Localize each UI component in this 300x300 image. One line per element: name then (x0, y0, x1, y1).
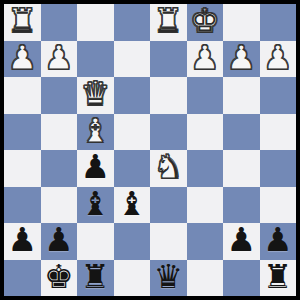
square-g5[interactable] (223, 114, 260, 151)
square-g4[interactable] (223, 150, 260, 187)
square-e5[interactable] (150, 114, 187, 151)
white-pawn[interactable]: ♟ (7, 40, 37, 76)
square-b7[interactable]: ♟ (41, 41, 78, 78)
white-rook[interactable]: ♜ (153, 3, 183, 39)
square-g3[interactable] (223, 187, 260, 224)
square-g6[interactable] (223, 77, 260, 114)
white-pawn[interactable]: ♟ (226, 40, 256, 76)
square-c7[interactable] (77, 41, 114, 78)
white-knight[interactable]: ♞ (153, 149, 183, 185)
square-c1[interactable]: ♜ (77, 260, 114, 297)
square-d6[interactable] (114, 77, 151, 114)
square-e3[interactable] (150, 187, 187, 224)
square-c5[interactable]: ♝ (77, 114, 114, 151)
square-a2[interactable]: ♟ (4, 223, 41, 260)
square-d7[interactable] (114, 41, 151, 78)
black-pawn[interactable]: ♟ (80, 149, 110, 185)
square-b1[interactable]: ♚ (41, 260, 78, 297)
square-g8[interactable] (223, 4, 260, 41)
square-g7[interactable]: ♟ (223, 41, 260, 78)
square-h5[interactable] (260, 114, 297, 151)
black-rook[interactable]: ♜ (263, 259, 293, 295)
black-bishop[interactable]: ♝ (80, 186, 110, 222)
square-a8[interactable]: ♜ (4, 4, 41, 41)
square-c8[interactable] (77, 4, 114, 41)
square-h4[interactable] (260, 150, 297, 187)
square-h3[interactable] (260, 187, 297, 224)
square-a7[interactable]: ♟ (4, 41, 41, 78)
square-d3[interactable]: ♝ (114, 187, 151, 224)
square-f7[interactable]: ♟ (187, 41, 224, 78)
chess-board: ♜♜♚♟♟♟♟♟♛♝♟♞♝♝♟♟♟♟♚♜♛♜ (4, 4, 296, 296)
black-pawn[interactable]: ♟ (263, 222, 293, 258)
square-h7[interactable]: ♟ (260, 41, 297, 78)
black-pawn[interactable]: ♟ (7, 222, 37, 258)
square-d5[interactable] (114, 114, 151, 151)
square-b5[interactable] (41, 114, 78, 151)
square-g1[interactable] (223, 260, 260, 297)
white-pawn[interactable]: ♟ (190, 40, 220, 76)
white-pawn[interactable]: ♟ (44, 40, 74, 76)
square-c6[interactable]: ♛ (77, 77, 114, 114)
square-f6[interactable] (187, 77, 224, 114)
white-queen[interactable]: ♛ (80, 76, 110, 112)
square-e8[interactable]: ♜ (150, 4, 187, 41)
white-king[interactable]: ♚ (190, 3, 220, 39)
square-e6[interactable] (150, 77, 187, 114)
square-c4[interactable]: ♟ (77, 150, 114, 187)
square-a1[interactable] (4, 260, 41, 297)
square-e7[interactable] (150, 41, 187, 78)
square-g2[interactable]: ♟ (223, 223, 260, 260)
square-e1[interactable]: ♛ (150, 260, 187, 297)
black-queen[interactable]: ♛ (153, 259, 183, 295)
square-b6[interactable] (41, 77, 78, 114)
square-a4[interactable] (4, 150, 41, 187)
white-pawn[interactable]: ♟ (263, 40, 293, 76)
chess-board-frame: ♜♜♚♟♟♟♟♟♛♝♟♞♝♝♟♟♟♟♚♜♛♜ (0, 0, 300, 300)
square-f5[interactable] (187, 114, 224, 151)
square-b3[interactable] (41, 187, 78, 224)
black-pawn[interactable]: ♟ (44, 222, 74, 258)
black-pawn[interactable]: ♟ (226, 222, 256, 258)
square-a5[interactable] (4, 114, 41, 151)
square-c2[interactable] (77, 223, 114, 260)
square-f4[interactable] (187, 150, 224, 187)
square-c3[interactable]: ♝ (77, 187, 114, 224)
square-f2[interactable] (187, 223, 224, 260)
square-f3[interactable] (187, 187, 224, 224)
square-d2[interactable] (114, 223, 151, 260)
square-b8[interactable] (41, 4, 78, 41)
square-d4[interactable] (114, 150, 151, 187)
square-f1[interactable] (187, 260, 224, 297)
square-h6[interactable] (260, 77, 297, 114)
square-e4[interactable]: ♞ (150, 150, 187, 187)
square-b4[interactable] (41, 150, 78, 187)
square-f8[interactable]: ♚ (187, 4, 224, 41)
square-h1[interactable]: ♜ (260, 260, 297, 297)
black-bishop[interactable]: ♝ (117, 186, 147, 222)
square-h8[interactable] (260, 4, 297, 41)
white-bishop[interactable]: ♝ (80, 113, 110, 149)
square-e2[interactable] (150, 223, 187, 260)
square-d1[interactable] (114, 260, 151, 297)
black-king[interactable]: ♚ (44, 259, 74, 295)
square-a6[interactable] (4, 77, 41, 114)
black-rook[interactable]: ♜ (80, 259, 110, 295)
white-rook[interactable]: ♜ (7, 3, 37, 39)
square-d8[interactable] (114, 4, 151, 41)
square-a3[interactable] (4, 187, 41, 224)
square-b2[interactable]: ♟ (41, 223, 78, 260)
square-h2[interactable]: ♟ (260, 223, 297, 260)
